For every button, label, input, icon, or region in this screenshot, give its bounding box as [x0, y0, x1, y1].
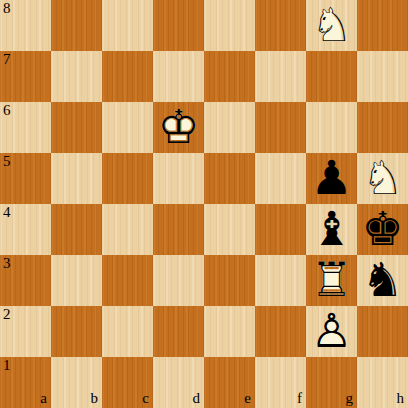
square-b2[interactable] [51, 306, 102, 357]
square-c5[interactable] [102, 153, 153, 204]
white-piece-outline-glyph: ♖ [306, 255, 357, 306]
file-label: e [244, 391, 251, 406]
square-e1[interactable]: e [204, 357, 255, 408]
square-b5[interactable] [51, 153, 102, 204]
square-a4[interactable]: 4 [0, 204, 51, 255]
rank-label: 2 [3, 307, 11, 322]
square-g4[interactable]: ♝ [306, 204, 357, 255]
white-piece-outline-glyph: ♘ [357, 153, 408, 204]
rank-label: 4 [3, 205, 11, 220]
square-e2[interactable] [204, 306, 255, 357]
square-h7[interactable] [357, 51, 408, 102]
black-bishop[interactable]: ♝ [306, 204, 357, 255]
square-a7[interactable]: 7 [0, 51, 51, 102]
square-a3[interactable]: 3 [0, 255, 51, 306]
rank-label: 5 [3, 154, 11, 169]
square-e6[interactable] [204, 102, 255, 153]
square-c3[interactable] [102, 255, 153, 306]
square-e3[interactable] [204, 255, 255, 306]
square-f7[interactable] [255, 51, 306, 102]
white-king[interactable]: ♚♔ [153, 102, 204, 153]
square-h1[interactable]: h [357, 357, 408, 408]
square-c7[interactable] [102, 51, 153, 102]
square-c6[interactable] [102, 102, 153, 153]
square-a6[interactable]: 6 [0, 102, 51, 153]
square-g3[interactable]: ♜♖ [306, 255, 357, 306]
square-f6[interactable] [255, 102, 306, 153]
black-piece-glyph: ♚ [357, 204, 408, 255]
square-f2[interactable] [255, 306, 306, 357]
rank-label: 6 [3, 103, 11, 118]
white-pawn[interactable]: ♟♙ [306, 306, 357, 357]
square-h6[interactable] [357, 102, 408, 153]
square-f3[interactable] [255, 255, 306, 306]
square-d2[interactable] [153, 306, 204, 357]
file-label: d [193, 391, 201, 406]
square-d1[interactable]: d [153, 357, 204, 408]
square-g8[interactable]: ♞♘ [306, 0, 357, 51]
square-g1[interactable]: g [306, 357, 357, 408]
white-piece-outline-glyph: ♙ [306, 306, 357, 357]
square-a8[interactable]: 8 [0, 0, 51, 51]
black-pawn[interactable]: ♟ [306, 153, 357, 204]
square-f5[interactable] [255, 153, 306, 204]
square-f1[interactable]: f [255, 357, 306, 408]
square-g5[interactable]: ♟ [306, 153, 357, 204]
square-c2[interactable] [102, 306, 153, 357]
square-h4[interactable]: ♚ [357, 204, 408, 255]
square-g7[interactable] [306, 51, 357, 102]
file-label: c [142, 391, 149, 406]
white-piece-outline-glyph: ♘ [306, 0, 357, 51]
square-f4[interactable] [255, 204, 306, 255]
square-c4[interactable] [102, 204, 153, 255]
square-b8[interactable] [51, 0, 102, 51]
rank-label: 8 [3, 1, 11, 16]
square-d5[interactable] [153, 153, 204, 204]
black-piece-glyph: ♟ [306, 153, 357, 204]
square-h8[interactable] [357, 0, 408, 51]
white-rook[interactable]: ♜♖ [306, 255, 357, 306]
rank-label: 3 [3, 256, 11, 271]
black-piece-glyph: ♞ [357, 255, 408, 306]
square-e8[interactable] [204, 0, 255, 51]
square-a5[interactable]: 5 [0, 153, 51, 204]
square-d8[interactable] [153, 0, 204, 51]
square-b6[interactable] [51, 102, 102, 153]
white-knight[interactable]: ♞♘ [306, 0, 357, 51]
rank-label: 1 [3, 358, 11, 373]
chess-board: 8♞♘76♚♔5♟♞♘4♝♚3♜♖♞2♟♙1abcdefgh [0, 0, 408, 408]
white-knight[interactable]: ♞♘ [357, 153, 408, 204]
square-b1[interactable]: b [51, 357, 102, 408]
square-d7[interactable] [153, 51, 204, 102]
square-b3[interactable] [51, 255, 102, 306]
rank-label: 7 [3, 52, 11, 67]
square-c1[interactable]: c [102, 357, 153, 408]
square-a2[interactable]: 2 [0, 306, 51, 357]
black-king[interactable]: ♚ [357, 204, 408, 255]
square-d6[interactable]: ♚♔ [153, 102, 204, 153]
square-d4[interactable] [153, 204, 204, 255]
square-d3[interactable] [153, 255, 204, 306]
white-piece-outline-glyph: ♔ [153, 102, 204, 153]
square-e5[interactable] [204, 153, 255, 204]
square-g2[interactable]: ♟♙ [306, 306, 357, 357]
file-label: f [297, 391, 302, 406]
square-c8[interactable] [102, 0, 153, 51]
file-label: b [91, 391, 99, 406]
square-e7[interactable] [204, 51, 255, 102]
square-a1[interactable]: 1a [0, 357, 51, 408]
square-b4[interactable] [51, 204, 102, 255]
file-label: a [40, 391, 47, 406]
square-f8[interactable] [255, 0, 306, 51]
black-knight[interactable]: ♞ [357, 255, 408, 306]
square-e4[interactable] [204, 204, 255, 255]
square-h3[interactable]: ♞ [357, 255, 408, 306]
black-piece-glyph: ♝ [306, 204, 357, 255]
file-label: g [346, 391, 354, 406]
square-h2[interactable] [357, 306, 408, 357]
square-b7[interactable] [51, 51, 102, 102]
square-g6[interactable] [306, 102, 357, 153]
file-label: h [397, 391, 405, 406]
square-h5[interactable]: ♞♘ [357, 153, 408, 204]
